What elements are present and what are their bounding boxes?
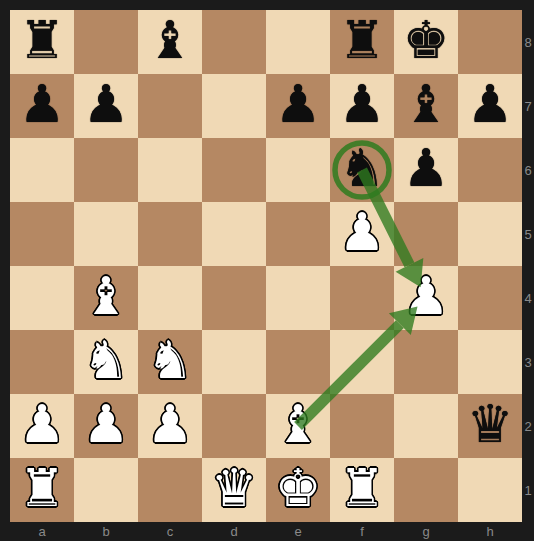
square-h3[interactable] bbox=[458, 330, 522, 394]
chess-board: ♜♝♜♚♟♟♟♟♝♟♞♟♟♝♟♞♞♟♟♟♝♛♜♛♚♜ bbox=[10, 10, 522, 522]
square-d2[interactable] bbox=[202, 394, 266, 458]
square-h8[interactable] bbox=[458, 10, 522, 74]
square-b6[interactable] bbox=[74, 138, 138, 202]
square-g2[interactable] bbox=[394, 394, 458, 458]
piece-white-p-f5[interactable]: ♟ bbox=[339, 200, 386, 264]
square-f1[interactable]: ♜ bbox=[330, 458, 394, 522]
square-g6[interactable]: ♟ bbox=[394, 138, 458, 202]
square-h4[interactable] bbox=[458, 266, 522, 330]
square-a5[interactable] bbox=[10, 202, 74, 266]
square-b2[interactable]: ♟ bbox=[74, 394, 138, 458]
square-g7[interactable]: ♝ bbox=[394, 74, 458, 138]
square-b5[interactable] bbox=[74, 202, 138, 266]
square-d7[interactable] bbox=[202, 74, 266, 138]
piece-black-p-f7[interactable]: ♟ bbox=[339, 72, 386, 136]
piece-black-r-f8[interactable]: ♜ bbox=[339, 8, 386, 72]
square-d4[interactable] bbox=[202, 266, 266, 330]
file-label-d: d bbox=[230, 524, 237, 539]
square-f4[interactable] bbox=[330, 266, 394, 330]
square-h2[interactable]: ♛ bbox=[458, 394, 522, 458]
chess-board-screenshot: ♜♝♜♚♟♟♟♟♝♟♞♟♟♝♟♞♞♟♟♟♝♛♜♛♚♜ 87654321abcde… bbox=[0, 0, 534, 541]
square-a7[interactable]: ♟ bbox=[10, 74, 74, 138]
square-a8[interactable]: ♜ bbox=[10, 10, 74, 74]
rank-label-8: 8 bbox=[524, 35, 531, 50]
square-a4[interactable] bbox=[10, 266, 74, 330]
piece-white-p-g4[interactable]: ♟ bbox=[403, 264, 450, 328]
square-h7[interactable]: ♟ bbox=[458, 74, 522, 138]
square-d1[interactable]: ♛ bbox=[202, 458, 266, 522]
square-a2[interactable]: ♟ bbox=[10, 394, 74, 458]
rank-label-1: 1 bbox=[524, 483, 531, 498]
rank-label-5: 5 bbox=[524, 227, 531, 242]
file-label-f: f bbox=[360, 524, 364, 539]
piece-white-p-c2[interactable]: ♟ bbox=[147, 392, 194, 456]
square-e6[interactable] bbox=[266, 138, 330, 202]
square-c1[interactable] bbox=[138, 458, 202, 522]
square-f8[interactable]: ♜ bbox=[330, 10, 394, 74]
square-f7[interactable]: ♟ bbox=[330, 74, 394, 138]
square-g4[interactable]: ♟ bbox=[394, 266, 458, 330]
file-label-g: g bbox=[422, 524, 429, 539]
piece-black-p-b7[interactable]: ♟ bbox=[83, 72, 130, 136]
square-e1[interactable]: ♚ bbox=[266, 458, 330, 522]
square-b4[interactable]: ♝ bbox=[74, 266, 138, 330]
piece-black-b-g7[interactable]: ♝ bbox=[403, 72, 450, 136]
square-a6[interactable] bbox=[10, 138, 74, 202]
piece-white-r-f1[interactable]: ♜ bbox=[339, 456, 386, 520]
piece-black-q-h2[interactable]: ♛ bbox=[467, 392, 514, 456]
piece-white-r-a1[interactable]: ♜ bbox=[19, 456, 66, 520]
square-b8[interactable] bbox=[74, 10, 138, 74]
square-d3[interactable] bbox=[202, 330, 266, 394]
piece-black-p-h7[interactable]: ♟ bbox=[467, 72, 514, 136]
square-g5[interactable] bbox=[394, 202, 458, 266]
piece-black-p-a7[interactable]: ♟ bbox=[19, 72, 66, 136]
piece-black-n-f6[interactable]: ♞ bbox=[339, 136, 386, 200]
file-label-c: c bbox=[167, 524, 174, 539]
square-a3[interactable] bbox=[10, 330, 74, 394]
square-g3[interactable] bbox=[394, 330, 458, 394]
square-c6[interactable] bbox=[138, 138, 202, 202]
file-label-e: e bbox=[294, 524, 301, 539]
square-c8[interactable]: ♝ bbox=[138, 10, 202, 74]
rank-label-6: 6 bbox=[524, 163, 531, 178]
piece-black-p-e7[interactable]: ♟ bbox=[275, 72, 322, 136]
rank-label-3: 3 bbox=[524, 355, 531, 370]
piece-white-b-b4[interactable]: ♝ bbox=[83, 264, 130, 328]
square-e8[interactable] bbox=[266, 10, 330, 74]
square-h6[interactable] bbox=[458, 138, 522, 202]
square-h5[interactable] bbox=[458, 202, 522, 266]
file-label-a: a bbox=[38, 524, 45, 539]
square-d6[interactable] bbox=[202, 138, 266, 202]
square-g8[interactable]: ♚ bbox=[394, 10, 458, 74]
piece-black-b-c8[interactable]: ♝ bbox=[147, 8, 194, 72]
square-e4[interactable] bbox=[266, 266, 330, 330]
piece-white-p-a2[interactable]: ♟ bbox=[19, 392, 66, 456]
square-f6[interactable]: ♞ bbox=[330, 138, 394, 202]
rank-label-2: 2 bbox=[524, 419, 531, 434]
piece-black-r-a8[interactable]: ♜ bbox=[19, 8, 66, 72]
rank-label-7: 7 bbox=[524, 99, 531, 114]
square-f2[interactable] bbox=[330, 394, 394, 458]
piece-white-b-e2[interactable]: ♝ bbox=[275, 392, 322, 456]
square-a1[interactable]: ♜ bbox=[10, 458, 74, 522]
square-g1[interactable] bbox=[394, 458, 458, 522]
square-c5[interactable] bbox=[138, 202, 202, 266]
square-e5[interactable] bbox=[266, 202, 330, 266]
file-label-b: b bbox=[102, 524, 109, 539]
square-e7[interactable]: ♟ bbox=[266, 74, 330, 138]
piece-black-k-g8[interactable]: ♚ bbox=[403, 8, 450, 72]
piece-white-k-e1[interactable]: ♚ bbox=[275, 456, 322, 520]
square-h1[interactable] bbox=[458, 458, 522, 522]
square-d5[interactable] bbox=[202, 202, 266, 266]
piece-black-p-g6[interactable]: ♟ bbox=[403, 136, 450, 200]
square-c4[interactable] bbox=[138, 266, 202, 330]
square-e2[interactable]: ♝ bbox=[266, 394, 330, 458]
square-d8[interactable] bbox=[202, 10, 266, 74]
square-f3[interactable] bbox=[330, 330, 394, 394]
rank-label-4: 4 bbox=[524, 291, 531, 306]
square-c7[interactable] bbox=[138, 74, 202, 138]
piece-white-q-d1[interactable]: ♛ bbox=[211, 456, 258, 520]
piece-white-n-b3[interactable]: ♞ bbox=[83, 328, 130, 392]
square-f5[interactable]: ♟ bbox=[330, 202, 394, 266]
file-label-h: h bbox=[486, 524, 493, 539]
piece-white-p-b2[interactable]: ♟ bbox=[83, 392, 130, 456]
square-e3[interactable] bbox=[266, 330, 330, 394]
piece-white-n-c3[interactable]: ♞ bbox=[147, 328, 194, 392]
square-b1[interactable] bbox=[74, 458, 138, 522]
square-b7[interactable]: ♟ bbox=[74, 74, 138, 138]
square-b3[interactable]: ♞ bbox=[74, 330, 138, 394]
square-c2[interactable]: ♟ bbox=[138, 394, 202, 458]
square-c3[interactable]: ♞ bbox=[138, 330, 202, 394]
